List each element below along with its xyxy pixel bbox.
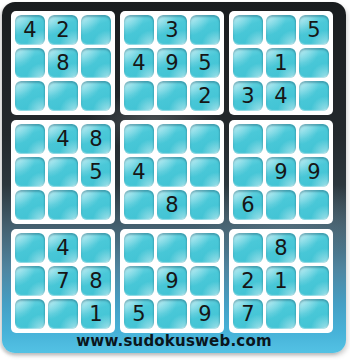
cell-r1c5[interactable]: 3: [157, 15, 187, 45]
cell-r5c9[interactable]: 9: [299, 157, 329, 187]
cell-r8c3[interactable]: 8: [81, 266, 111, 296]
cell-r7c4[interactable]: [124, 233, 154, 263]
cell-r8c4[interactable]: [124, 266, 154, 296]
cell-r3c3[interactable]: [81, 81, 111, 111]
cell-r4c4[interactable]: [124, 124, 154, 154]
cell-r2c8[interactable]: 1: [266, 48, 296, 78]
cell-r1c7[interactable]: [233, 15, 263, 45]
cell-r3c1[interactable]: [15, 81, 45, 111]
cell-r6c5[interactable]: 8: [157, 190, 187, 220]
sudoku-board: 4283495251344854899647819598217: [11, 11, 333, 333]
cell-r7c9[interactable]: [299, 233, 329, 263]
cell-r6c1[interactable]: [15, 190, 45, 220]
cell-r5c4[interactable]: 4: [124, 157, 154, 187]
cell-r3c5[interactable]: [157, 81, 187, 111]
cell-r2c9[interactable]: [299, 48, 329, 78]
cell-r2c7[interactable]: [233, 48, 263, 78]
cell-r6c7[interactable]: 6: [233, 190, 263, 220]
cell-r5c6[interactable]: [190, 157, 220, 187]
cell-r9c3[interactable]: 1: [81, 299, 111, 329]
cell-r2c4[interactable]: 4: [124, 48, 154, 78]
cell-r2c3[interactable]: [81, 48, 111, 78]
cell-r9c1[interactable]: [15, 299, 45, 329]
cell-r2c1[interactable]: [15, 48, 45, 78]
cell-r5c2[interactable]: [48, 157, 78, 187]
cell-r8c7[interactable]: 2: [233, 266, 263, 296]
cell-r3c2[interactable]: [48, 81, 78, 111]
box-1-3: 5134: [229, 11, 333, 115]
cell-r1c9[interactable]: 5: [299, 15, 329, 45]
cell-r8c1[interactable]: [15, 266, 45, 296]
box-2-3: 996: [229, 120, 333, 224]
cell-r3c4[interactable]: [124, 81, 154, 111]
cell-r6c9[interactable]: [299, 190, 329, 220]
cell-r4c6[interactable]: [190, 124, 220, 154]
cell-r6c3[interactable]: [81, 190, 111, 220]
cell-r1c8[interactable]: [266, 15, 296, 45]
cell-r7c5[interactable]: [157, 233, 187, 263]
cell-r4c8[interactable]: [266, 124, 296, 154]
cell-r8c9[interactable]: [299, 266, 329, 296]
cell-r1c1[interactable]: 4: [15, 15, 45, 45]
cell-r6c4[interactable]: [124, 190, 154, 220]
cell-r5c3[interactable]: 5: [81, 157, 111, 187]
cell-r9c9[interactable]: [299, 299, 329, 329]
box-1-2: 34952: [120, 11, 224, 115]
cell-r4c7[interactable]: [233, 124, 263, 154]
cell-r1c4[interactable]: [124, 15, 154, 45]
box-1-1: 428: [11, 11, 115, 115]
cell-r9c8[interactable]: [266, 299, 296, 329]
cell-r8c2[interactable]: 7: [48, 266, 78, 296]
cell-r6c2[interactable]: [48, 190, 78, 220]
cell-r4c3[interactable]: 8: [81, 124, 111, 154]
cell-r5c1[interactable]: [15, 157, 45, 187]
cell-r4c2[interactable]: 4: [48, 124, 78, 154]
cell-r4c9[interactable]: [299, 124, 329, 154]
board-frame: 4283495251344854899647819598217 www.sudo…: [2, 2, 346, 353]
cell-r5c7[interactable]: [233, 157, 263, 187]
cell-r7c6[interactable]: [190, 233, 220, 263]
cell-r9c5[interactable]: [157, 299, 187, 329]
cell-r4c1[interactable]: [15, 124, 45, 154]
cell-r9c7[interactable]: 7: [233, 299, 263, 329]
cell-r4c5[interactable]: [157, 124, 187, 154]
cell-r3c7[interactable]: 3: [233, 81, 263, 111]
cell-r5c8[interactable]: 9: [266, 157, 296, 187]
cell-r5c5[interactable]: [157, 157, 187, 187]
cell-r9c2[interactable]: [48, 299, 78, 329]
box-2-2: 48: [120, 120, 224, 224]
cell-r9c6[interactable]: 9: [190, 299, 220, 329]
cell-r7c2[interactable]: 4: [48, 233, 78, 263]
cell-r2c6[interactable]: 5: [190, 48, 220, 78]
cell-r9c4[interactable]: 5: [124, 299, 154, 329]
cell-r3c9[interactable]: [299, 81, 329, 111]
cell-r3c6[interactable]: 2: [190, 81, 220, 111]
box-3-1: 4781: [11, 229, 115, 333]
cell-r8c8[interactable]: 1: [266, 266, 296, 296]
cell-r8c6[interactable]: [190, 266, 220, 296]
cell-r7c3[interactable]: [81, 233, 111, 263]
cell-r1c6[interactable]: [190, 15, 220, 45]
cell-r3c8[interactable]: 4: [266, 81, 296, 111]
sudokusweb-link[interactable]: www.sudokusweb.com: [2, 332, 346, 351]
cell-r7c8[interactable]: 8: [266, 233, 296, 263]
cell-r2c2[interactable]: 8: [48, 48, 78, 78]
cell-r6c8[interactable]: [266, 190, 296, 220]
cell-r7c1[interactable]: [15, 233, 45, 263]
cell-r1c2[interactable]: 2: [48, 15, 78, 45]
sudoku-widget: 4283495251344854899647819598217 www.sudo…: [0, 0, 350, 360]
cell-r7c7[interactable]: [233, 233, 263, 263]
cell-r1c3[interactable]: [81, 15, 111, 45]
box-3-2: 959: [120, 229, 224, 333]
cell-r6c6[interactable]: [190, 190, 220, 220]
box-2-1: 485: [11, 120, 115, 224]
cell-r2c5[interactable]: 9: [157, 48, 187, 78]
box-3-3: 8217: [229, 229, 333, 333]
cell-r8c5[interactable]: 9: [157, 266, 187, 296]
